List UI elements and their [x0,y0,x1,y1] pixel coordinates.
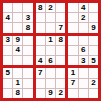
cell-r4c4[interactable] [36,36,45,45]
cell-r1c5[interactable]: 2 [46,3,55,12]
cell-r5c2[interactable]: 4 [13,46,22,55]
cell-r4c7[interactable] [68,36,77,45]
cell-r5c4[interactable] [36,46,45,55]
cell-r7c4[interactable]: 7 [36,68,45,77]
cell-r8c5[interactable] [46,79,55,88]
cell-r8c6[interactable] [56,79,65,88]
given-digit: 4 [5,14,9,22]
cell-r4c9[interactable] [89,36,98,45]
cell-r5c7[interactable] [68,46,77,55]
cell-r9c8[interactable] [79,89,88,98]
sudoku-box-1-1: 1846 [36,36,66,66]
given-digit: 1 [71,69,75,77]
cell-r2c9[interactable] [89,13,98,22]
sudoku-box-0-0: 438 [3,3,33,33]
cell-r8c7[interactable]: 7 [68,79,77,88]
cell-r3c3[interactable]: 8 [23,23,32,32]
cell-r8c9[interactable]: 2 [89,79,98,88]
cell-r9c9[interactable] [89,89,98,98]
cell-r1c3[interactable] [23,3,32,12]
cell-r3c6[interactable]: 7 [56,23,65,32]
given-digit: 5 [5,69,9,77]
given-digit: 8 [26,24,30,32]
given-digit: 7 [71,79,75,87]
cell-r7c3[interactable] [23,68,32,77]
cell-r1c1[interactable] [3,3,12,12]
cell-r6c8[interactable]: 3 [79,56,88,65]
cell-r7c9[interactable] [89,68,98,77]
cell-r9c5[interactable]: 9 [46,89,55,98]
cell-r8c8[interactable] [79,79,88,88]
cell-r3c2[interactable] [13,23,22,32]
given-digit: 4 [16,46,20,54]
cell-r4c1[interactable]: 3 [3,36,12,45]
cell-r3c9[interactable]: 9 [89,23,98,32]
cell-r2c4[interactable] [36,13,45,22]
given-digit: 1 [48,36,52,44]
cell-r5c1[interactable] [3,46,12,55]
given-digit: 2 [58,89,62,97]
sudoku-box-0-2: 429 [68,3,98,33]
cell-r9c7[interactable] [68,89,77,98]
cell-r3c4[interactable] [36,23,45,32]
cell-r6c7[interactable] [68,56,77,65]
cell-r5c3[interactable] [23,46,32,55]
cell-r6c4[interactable]: 4 [36,56,45,65]
cell-r9c4[interactable] [36,89,45,98]
cell-r7c5[interactable] [46,68,55,77]
cell-r8c1[interactable] [3,79,12,88]
cell-r6c5[interactable]: 6 [46,56,55,65]
sudoku-box-1-0: 394 [3,36,33,66]
cell-r1c2[interactable] [13,3,22,12]
cell-r2c3[interactable]: 3 [23,13,32,22]
cell-r1c7[interactable] [68,3,77,12]
given-digit: 2 [48,4,52,12]
cell-r8c4[interactable] [36,79,45,88]
given-digit: 2 [81,14,85,22]
cell-r4c3[interactable] [23,36,32,45]
cell-r5c5[interactable] [46,46,55,55]
cell-r2c8[interactable]: 2 [79,13,88,22]
cell-r5c9[interactable] [89,46,98,55]
given-digit: 9 [91,24,95,32]
given-digit: 8 [16,89,20,97]
given-digit: 9 [48,89,52,97]
cell-r4c8[interactable] [79,36,88,45]
cell-r1c6[interactable] [56,3,65,12]
given-digit: 8 [38,4,42,12]
cell-r4c6[interactable]: 8 [56,36,65,45]
cell-r2c2[interactable] [13,13,22,22]
cell-r9c2[interactable]: 8 [13,89,22,98]
sudoku-box-1-2: 635 [68,36,98,66]
cell-r2c6[interactable] [56,13,65,22]
cell-r8c3[interactable] [23,79,32,88]
cell-r8c2[interactable]: 1 [13,79,22,88]
given-digit: 2 [91,79,95,87]
cell-r9c3[interactable] [23,89,32,98]
given-digit: 3 [81,57,85,65]
cell-r6c2[interactable] [13,56,22,65]
given-digit: 7 [58,24,62,32]
given-digit: 1 [16,79,20,87]
cell-r7c7[interactable]: 1 [68,68,77,77]
cell-r3c5[interactable] [46,23,55,32]
cell-r3c8[interactable] [79,23,88,32]
given-digit: 8 [58,36,62,44]
cell-r2c5[interactable] [46,13,55,22]
cell-r5c8[interactable]: 6 [79,46,88,55]
given-digit: 6 [81,46,85,54]
cell-r2c7[interactable] [68,13,77,22]
cell-r7c8[interactable] [79,68,88,77]
cell-r4c5[interactable]: 1 [46,36,55,45]
cell-r7c1[interactable]: 5 [3,68,12,77]
cell-r7c6[interactable] [56,68,65,77]
sudoku-box-0-1: 827 [36,3,66,33]
given-digit: 7 [38,69,42,77]
given-digit: 4 [38,57,42,65]
cell-r1c8[interactable]: 4 [79,3,88,12]
cell-r3c1[interactable] [3,23,12,32]
given-digit: 9 [16,36,20,44]
cell-r6c6[interactable] [56,56,65,65]
sudoku-box-2-1: 792 [36,68,66,98]
cell-r6c9[interactable]: 5 [89,56,98,65]
cell-r9c1[interactable] [3,89,12,98]
cell-r4c2[interactable]: 9 [13,36,22,45]
sudoku-board: 4388274293941846635518792172 [0,0,101,101]
cell-r1c9[interactable] [89,3,98,12]
given-digit: 6 [48,57,52,65]
cell-r3c7[interactable] [68,23,77,32]
given-digit: 4 [81,4,85,12]
sudoku-box-2-0: 518 [3,68,33,98]
cell-r2c1[interactable]: 4 [3,13,12,22]
cell-r1c4[interactable]: 8 [36,3,45,12]
cell-r5c6[interactable] [56,46,65,55]
cell-r6c1[interactable] [3,56,12,65]
sudoku-box-2-2: 172 [68,68,98,98]
given-digit: 3 [26,14,30,22]
cell-r9c6[interactable]: 2 [56,89,65,98]
cell-r7c2[interactable] [13,68,22,77]
given-digit: 3 [5,36,9,44]
given-digit: 5 [91,57,95,65]
cell-r6c3[interactable] [23,56,32,65]
